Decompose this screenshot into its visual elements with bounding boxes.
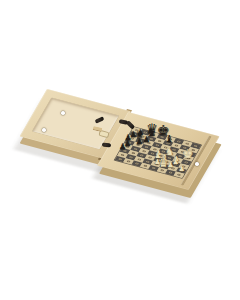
wooden-latch [93, 126, 103, 132]
magnet-dot [42, 128, 46, 132]
tray-piece-black [95, 116, 105, 123]
magnet-dot [195, 162, 199, 166]
tray-piece-black [102, 143, 111, 148]
chess-piece-white-king: ♚ [182, 147, 193, 159]
chess-piece-black-pawn: ♟ [136, 138, 143, 146]
product-photo-travel-chess-set: ♛♚♟♞♟♜♟♝♟♟♟♟♟♞♟♚♟♝♟♟♜♟♛♟ [0, 0, 240, 300]
pieces-overlay: ♛♚♟♞♟♜♟♝♟♟♟♟♟♞♟♚♟♝♟♟♜♟♛♟ [0, 0, 240, 300]
chess-piece-black-pawn: ♟ [143, 136, 150, 144]
chess-piece-white-pawn: ♟ [178, 164, 184, 171]
tray-piece-black [126, 120, 135, 129]
chess-piece-white-queen: ♛ [158, 158, 168, 169]
magnet-dot [61, 111, 65, 115]
chess-piece-black-pawn: ♟ [119, 143, 126, 151]
chess-piece-black-bishop: ♝ [165, 134, 174, 144]
